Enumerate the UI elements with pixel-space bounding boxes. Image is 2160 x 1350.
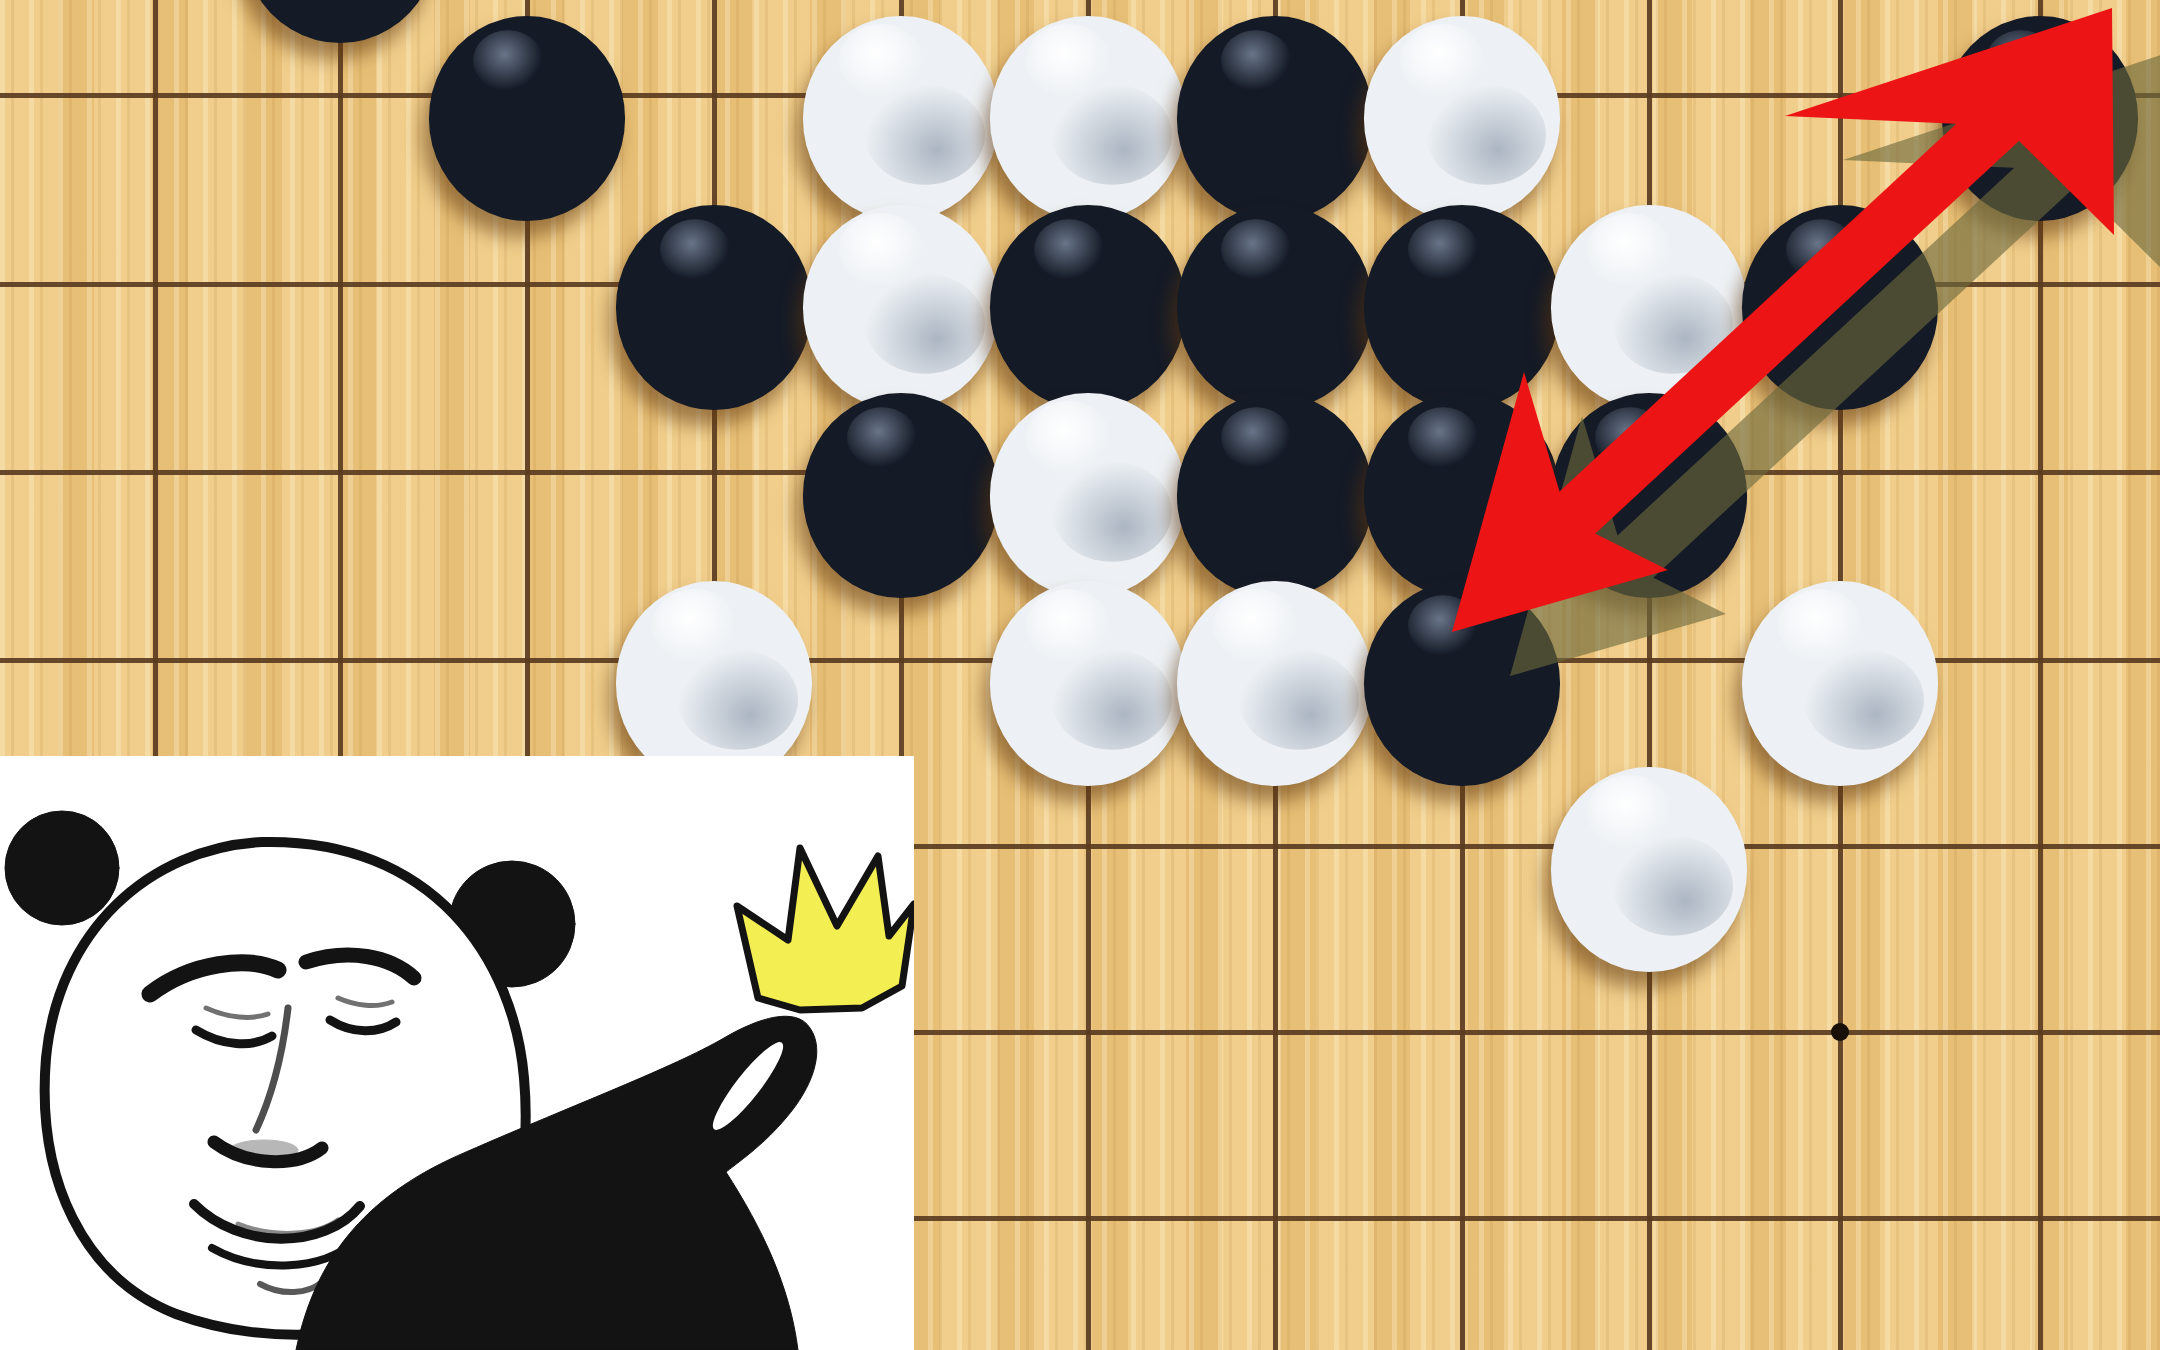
star-point: [1831, 1023, 1849, 1041]
stone-black: ●: [1748, 188, 1932, 380]
stone-black: ●: [248, 0, 432, 13]
stone-black: ●: [809, 376, 993, 568]
stone-black: ●: [1557, 376, 1741, 568]
stone-white: ●: [996, 564, 1180, 756]
stone-white: ●: [1557, 750, 1741, 942]
stone-black: ●: [435, 0, 619, 191]
stone-black: ●: [622, 188, 806, 380]
panda-left-ear: [5, 811, 119, 925]
stone-white: ●: [1748, 564, 1932, 756]
panda-meme-sticker: [0, 756, 914, 1350]
stone-black: ●: [1948, 0, 2132, 191]
panda-meme-art: [0, 756, 914, 1350]
go-board-scene: ●●●●●●●●●●●●●●●●●●●●●●●●●: [0, 0, 2160, 1350]
stone-white: ●: [1183, 564, 1367, 756]
stone-white: ●: [622, 564, 806, 756]
stone-black: ●: [1370, 564, 1554, 756]
